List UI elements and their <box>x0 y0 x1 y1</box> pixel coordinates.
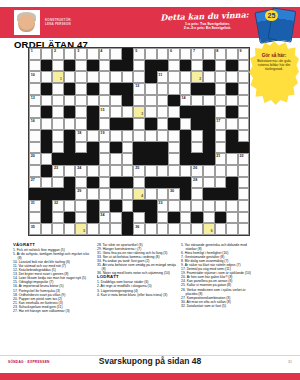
grid-cell <box>64 95 76 107</box>
grid-cell: 35 <box>29 223 41 235</box>
grid-cell <box>157 165 169 177</box>
grid-cell <box>238 200 250 212</box>
grid-cell <box>180 83 192 95</box>
black-cell <box>145 200 157 212</box>
yellow-cell: 5 <box>75 223 87 235</box>
grid-cell <box>133 60 145 72</box>
grid-cell <box>75 200 87 212</box>
black-cell <box>110 83 122 95</box>
grid-cell <box>226 118 238 130</box>
grid-cell <box>168 142 180 154</box>
black-cell <box>29 188 41 200</box>
yellow-cell: 3 <box>133 106 145 118</box>
clue-item: 35. Att veta behöver som smidig på en mä… <box>97 263 177 271</box>
black-cell <box>122 177 134 189</box>
grid-cell <box>133 118 145 130</box>
black-cell <box>203 60 215 72</box>
grid-cell <box>168 165 180 177</box>
black-cell <box>87 118 99 130</box>
grid-cell <box>52 95 64 107</box>
black-cell <box>41 106 53 118</box>
grid-cell <box>145 48 157 60</box>
grid-cell <box>99 223 111 235</box>
grid-cell <box>87 223 99 235</box>
grid-cell <box>157 95 169 107</box>
yellow-cell-digit: 6 <box>211 230 213 234</box>
grid-cell <box>191 142 203 154</box>
grid-cell <box>191 130 203 142</box>
black-cell <box>226 83 238 95</box>
grid-cell <box>157 118 169 130</box>
grid-cell <box>226 48 238 60</box>
grid-cell <box>110 48 122 60</box>
black-cell <box>133 200 145 212</box>
grid-cell <box>41 95 53 107</box>
grid-cell <box>110 106 122 118</box>
black-cell <box>41 200 53 212</box>
black-cell <box>215 188 227 200</box>
grid-cell <box>145 130 157 142</box>
grid-cell <box>99 200 111 212</box>
grid-cell <box>133 212 145 224</box>
grid-cell <box>215 165 227 177</box>
grid-cell <box>87 48 99 60</box>
black-cell <box>203 142 215 154</box>
grid-cell <box>203 165 215 177</box>
grid-cell <box>64 200 76 212</box>
black-cell <box>122 95 134 107</box>
black-cell <box>133 142 145 154</box>
grid-cell <box>203 71 215 83</box>
black-cell <box>110 118 122 130</box>
grid-cell <box>157 48 169 60</box>
black-cell <box>64 142 76 154</box>
clue-list-header: VÅGRÄTT <box>13 243 94 247</box>
grid-cell <box>215 106 227 118</box>
grid-cell <box>75 177 87 189</box>
clue-number: 7 <box>193 49 195 53</box>
banner-script-text: Detta kan du vinna: <box>152 9 257 23</box>
black-cell <box>122 48 134 60</box>
grid-cell: 5 <box>133 48 145 60</box>
clue-number: 21 <box>216 154 220 158</box>
grid-cell <box>168 83 180 95</box>
clue-number: 8 <box>216 49 218 53</box>
black-cell <box>145 153 157 165</box>
black-cell <box>87 177 99 189</box>
clue-column-3: 5. Var stösande genetiska och dölande me… <box>181 243 255 308</box>
grid-cell <box>145 165 157 177</box>
grid-cell <box>110 95 122 107</box>
clue-number: 31 <box>31 201 35 205</box>
grid-cell: 29 <box>75 188 87 200</box>
grid-cell <box>203 200 215 212</box>
black-cell <box>191 153 203 165</box>
grid-cell <box>226 212 238 224</box>
grid-cell: 12 <box>133 83 145 95</box>
black-cell <box>41 165 53 177</box>
grid-cell: 25 <box>133 165 145 177</box>
grid-cell <box>110 188 122 200</box>
clue-item: 4. Kan vi nota betan blanc (eller bara t… <box>97 293 177 297</box>
black-cell <box>64 60 76 72</box>
clue-list-header: LODRÄTT <box>97 275 177 279</box>
grid-cell <box>133 95 145 107</box>
grid-cell <box>99 118 111 130</box>
clue-number: 2 <box>54 49 56 53</box>
grid-cell <box>29 212 41 224</box>
grid-cell <box>99 177 111 189</box>
clue-number: 24 <box>77 166 81 170</box>
grid-cell <box>52 130 64 142</box>
black-cell <box>87 83 99 95</box>
black-cell <box>41 83 53 95</box>
grid-cell <box>215 71 227 83</box>
grid-cell <box>122 142 134 154</box>
grid-cell <box>64 223 76 235</box>
grid-cell: 1 <box>29 48 41 60</box>
clue-number: 3 <box>77 49 79 53</box>
grid-cell <box>180 223 192 235</box>
black-cell <box>52 188 64 200</box>
clue-number: 4 <box>100 49 102 53</box>
grid-cell <box>215 142 227 154</box>
black-cell <box>180 153 192 165</box>
grid-cell <box>87 130 99 142</box>
constructor-photo <box>14 10 40 35</box>
grid-cell <box>157 83 169 95</box>
grid-cell <box>180 200 192 212</box>
grid-cell <box>75 83 87 95</box>
clue-number: 33 <box>158 201 162 205</box>
howto-starburst: Gör så här: Bokstäverna i de gula rutorn… <box>249 41 299 105</box>
grid-cell <box>226 153 238 165</box>
grid-cell: 9 <box>238 48 250 60</box>
black-cell <box>122 223 134 235</box>
black-cell <box>110 200 122 212</box>
grid-cell <box>64 165 76 177</box>
grid-cell: 4 <box>99 48 111 60</box>
black-cell <box>180 142 192 154</box>
grid-cell <box>133 71 145 83</box>
grid-cell <box>215 83 227 95</box>
clue-number: 29 <box>77 189 81 193</box>
black-cell <box>110 142 122 154</box>
black-cell <box>180 60 192 72</box>
grid-cell: 30 <box>168 188 180 200</box>
grid-cell <box>122 153 134 165</box>
black-cell <box>145 177 157 189</box>
black-cell <box>238 142 250 154</box>
grid-cell <box>238 212 250 224</box>
grid-cell <box>226 71 238 83</box>
grid-cell <box>203 48 215 60</box>
grid-cell <box>122 71 134 83</box>
yellow-cell-digit: 2 <box>199 78 201 82</box>
grid-cell <box>52 60 64 72</box>
black-cell <box>122 212 134 224</box>
grid-cell <box>75 106 87 118</box>
black-cell <box>75 153 87 165</box>
clue-number: 20 <box>31 154 35 158</box>
black-cell <box>203 130 215 142</box>
grid-cell <box>238 71 250 83</box>
grid-cell <box>110 223 122 235</box>
grid-cell <box>145 223 157 235</box>
clue-number: 32 <box>54 201 58 205</box>
grid-cell <box>52 83 64 95</box>
black-cell <box>64 106 76 118</box>
black-cell <box>64 188 76 200</box>
clue-item: 5. Var stösande genetiska och dölande me… <box>181 243 255 251</box>
clue-number: 22 <box>239 154 243 158</box>
black-cell <box>133 153 145 165</box>
grid-cell <box>99 165 111 177</box>
black-cell <box>226 188 238 200</box>
grid-cell <box>238 83 250 95</box>
grid-cell <box>215 223 227 235</box>
yellow-cell-digit: 5 <box>83 230 85 234</box>
clue-number: 17 <box>216 119 220 123</box>
grid-cell <box>238 95 250 107</box>
grid-cell <box>99 60 111 72</box>
lottery-tickets-graphic: 25 <box>253 8 297 42</box>
black-cell <box>145 212 157 224</box>
grid-cell <box>29 106 41 118</box>
yellow-cell-digit: 4 <box>141 195 143 199</box>
grid-cell <box>110 130 122 142</box>
black-cell <box>157 177 169 189</box>
yellow-cell-digit: 1 <box>60 78 62 82</box>
grid-cell <box>122 200 134 212</box>
black-cell <box>203 106 215 118</box>
grid-cell <box>99 83 111 95</box>
grid-cell: 17 <box>215 118 227 130</box>
grid-cell <box>122 188 134 200</box>
grid-cell <box>157 223 169 235</box>
header-banner: KONSTRUKTÖR: LENA PERSSON Detta kan du v… <box>0 7 300 38</box>
grid-cell <box>75 71 87 83</box>
grid-cell <box>157 130 169 142</box>
grid-cell <box>238 118 250 130</box>
black-cell <box>145 71 157 83</box>
black-cell <box>180 106 192 118</box>
black-cell <box>64 177 76 189</box>
grid-cell: 7 <box>191 48 203 60</box>
black-cell <box>110 177 122 189</box>
grid-cell: 15 <box>99 106 111 118</box>
clue-number: 15 <box>100 108 104 112</box>
black-cell <box>87 60 99 72</box>
grid-cell <box>99 188 111 200</box>
black-cell <box>122 118 134 130</box>
grid-cell <box>52 177 64 189</box>
grid-cell: 28 <box>191 177 203 189</box>
grid-cell: 36 <box>133 223 145 235</box>
grid-cell <box>87 165 99 177</box>
grid-cell <box>52 118 64 130</box>
black-cell <box>191 83 203 95</box>
grid-cell <box>52 106 64 118</box>
grid-cell: 16 <box>29 118 41 130</box>
black-cell <box>226 60 238 72</box>
clue-number: 36 <box>135 225 139 229</box>
clue-number: 12 <box>135 84 139 88</box>
grid-cell <box>75 212 87 224</box>
black-cell <box>41 130 53 142</box>
black-cell <box>226 130 238 142</box>
grid-cell: 11 <box>157 71 169 83</box>
grid-cell: 2 <box>52 48 64 60</box>
black-cell <box>203 83 215 95</box>
grid-cell: 22 <box>238 153 250 165</box>
grid-cell <box>168 106 180 118</box>
grid-cell <box>215 95 227 107</box>
clue-number: 6 <box>170 49 172 53</box>
grid-cell <box>238 106 250 118</box>
clue-number: 27 <box>31 178 35 182</box>
clue-number: 13 <box>31 96 35 100</box>
grid-cell <box>157 188 169 200</box>
grid-cell <box>145 188 157 200</box>
grid-cell: 26 <box>191 165 203 177</box>
clue-number: 19 <box>100 131 104 135</box>
grid-cell <box>191 60 203 72</box>
clue-column-2: 28. Tar sikte en sportartikel (3)29. Hän… <box>97 243 177 297</box>
grid-cell <box>75 118 87 130</box>
grid-cell <box>87 95 99 107</box>
grid-cell <box>75 95 87 107</box>
grid-cell <box>191 223 203 235</box>
grid-cell <box>99 142 111 154</box>
black-cell <box>122 83 134 95</box>
constructor-byline: KONSTRUKTÖR: LENA PERSSON <box>45 19 72 26</box>
crossword-grid: 1234567891011121213141531617181920212223… <box>28 47 250 236</box>
grid-cell <box>64 71 76 83</box>
grid-cell <box>203 212 215 224</box>
grid-cell: 8 <box>215 48 227 60</box>
grid-cell <box>238 165 250 177</box>
grid-cell <box>145 106 157 118</box>
black-cell <box>203 118 215 130</box>
grid-cell <box>180 48 192 60</box>
grid-cell: 32 <box>52 200 64 212</box>
clue-number: 10 <box>31 73 35 77</box>
black-cell <box>122 60 134 72</box>
black-cell <box>87 106 99 118</box>
black-cell <box>191 212 203 224</box>
black-cell <box>191 118 203 130</box>
black-cell <box>180 188 192 200</box>
black-cell <box>203 153 215 165</box>
grid-cell <box>168 60 180 72</box>
black-cell <box>52 153 64 165</box>
grid-cell <box>41 48 53 60</box>
grid-cell: 23 <box>52 165 64 177</box>
clue-number: 11 <box>158 73 162 77</box>
grid-cell <box>180 165 192 177</box>
grid-cell <box>122 165 134 177</box>
black-cell <box>157 153 169 165</box>
grid-cell <box>226 223 238 235</box>
grid-cell <box>52 142 64 154</box>
answer-coupon-note: Svarskupong på sidan 48 <box>0 356 300 366</box>
clue-number: 25 <box>135 166 139 170</box>
grid-cell <box>52 223 64 235</box>
grid-cell <box>41 153 53 165</box>
grid-cell <box>64 48 76 60</box>
grid-cell <box>87 188 99 200</box>
black-cell <box>41 142 53 154</box>
clue-item: 32. Datafartäst som är fast (5) <box>181 304 255 308</box>
black-cell <box>87 212 99 224</box>
grid-cell: 6 <box>168 48 180 60</box>
grid-cell <box>41 223 53 235</box>
grid-cell <box>41 118 53 130</box>
grid-cell: 19 <box>99 130 111 142</box>
black-cell <box>157 142 169 154</box>
yellow-cell: 2 <box>191 71 203 83</box>
grid-cell <box>180 118 192 130</box>
yellow-cell: 6 <box>203 223 215 235</box>
prize-line2: 2:a–3:e pris: En Sverigelott. <box>160 26 255 30</box>
howto-title: Gör så här: <box>255 53 293 58</box>
yellow-cell: 1 <box>52 71 64 83</box>
clue-column-1: VÅGRÄTT1. Fick ett nålstick före myggan … <box>13 243 94 313</box>
grid-cell: 18 <box>75 130 87 142</box>
grid-cell <box>180 71 192 83</box>
grid-cell: 34 <box>99 212 111 224</box>
black-cell <box>168 118 180 130</box>
yellow-cell: 4 <box>133 188 145 200</box>
grid-cell <box>99 95 111 107</box>
grid-cell: 31 <box>29 200 41 212</box>
grid-cell <box>238 223 250 235</box>
grid-cell <box>52 212 64 224</box>
grid-cell <box>238 130 250 142</box>
clue-item: 27. Har ett hänsyn som välkomnar (3) <box>13 309 94 313</box>
grid-cell <box>87 71 99 83</box>
clue-number: 18 <box>77 131 81 135</box>
yellow-cell-digit: 3 <box>141 113 143 117</box>
grid-cell <box>226 165 238 177</box>
grid-cell <box>203 177 215 189</box>
byline-line2: LENA PERSSON <box>45 23 72 27</box>
grid-cell: 24 <box>75 165 87 177</box>
howto-text: Bokstäverna i de gula rutorna bildar här… <box>255 59 293 71</box>
grid-cell <box>122 130 134 142</box>
grid-cell <box>64 118 76 130</box>
grid-cell <box>215 60 227 72</box>
black-cell <box>64 212 76 224</box>
black-cell <box>180 177 192 189</box>
photo-face <box>18 14 35 32</box>
clue-number: 28 <box>193 178 197 182</box>
black-cell <box>226 106 238 118</box>
grid-cell <box>29 130 41 142</box>
grid-cell <box>238 177 250 189</box>
grid-cell <box>157 106 169 118</box>
grid-cell: 27 <box>29 177 41 189</box>
grid-cell: 20 <box>29 153 41 165</box>
grid-cell <box>110 165 122 177</box>
banner-prize-text: 1:a pris: Två Sverigelotter. 2:a–3:e pri… <box>160 22 255 31</box>
black-cell <box>226 142 238 154</box>
black-cell <box>191 106 203 118</box>
grid-cell <box>168 223 180 235</box>
black-cell <box>168 177 180 189</box>
black-cell <box>41 60 53 72</box>
